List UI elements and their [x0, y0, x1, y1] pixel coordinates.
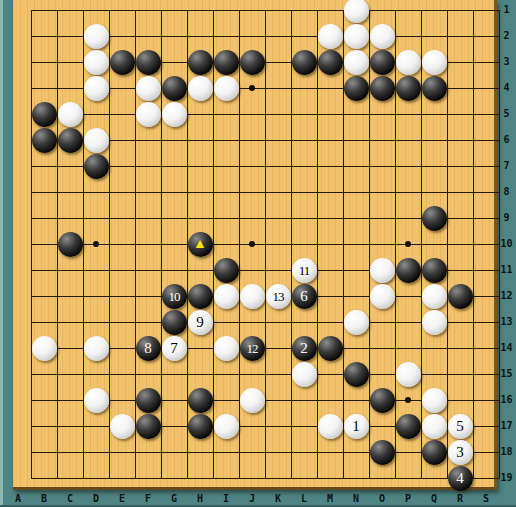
row-label: 7	[498, 153, 515, 179]
stone-black	[188, 284, 213, 309]
stone-black	[32, 128, 57, 153]
stone-white	[318, 24, 343, 49]
stone-white	[370, 284, 395, 309]
stone-black: 10	[162, 284, 187, 309]
stone-white	[240, 388, 265, 413]
move-number-label: 3	[456, 445, 464, 460]
column-label: K	[265, 493, 291, 506]
move-number-label: 9	[196, 315, 204, 330]
stone-black: ▲	[188, 232, 213, 257]
column-label: C	[57, 493, 83, 506]
row-label: 3	[498, 49, 515, 75]
stone-black	[318, 50, 343, 75]
row-label: 6	[498, 127, 515, 153]
stone-white	[344, 24, 369, 49]
stone-white	[422, 414, 447, 439]
move-number-label: 13	[273, 290, 284, 303]
row-label: 17	[498, 413, 515, 439]
row-label: 5	[498, 101, 515, 127]
stone-black	[422, 76, 447, 101]
row-label: 9	[498, 205, 515, 231]
row-label: 19	[498, 465, 515, 491]
stone-white: 5	[448, 414, 473, 439]
stone-white	[344, 50, 369, 75]
stone-black	[84, 154, 109, 179]
row-label: 10	[498, 231, 515, 257]
stone-black	[370, 50, 395, 75]
stone-white	[422, 284, 447, 309]
hoshi-point	[405, 397, 411, 403]
stone-black	[162, 76, 187, 101]
stone-black	[422, 206, 447, 231]
column-label: A	[5, 493, 31, 506]
move-number-label: 1	[352, 419, 360, 434]
stone-black	[136, 388, 161, 413]
column-label: N	[343, 493, 369, 506]
goban-grid[interactable]: ▲11101369871221534	[5, 0, 499, 491]
stone-black: 8	[136, 336, 161, 361]
stone-black	[422, 258, 447, 283]
goban-window: ▲11101369871221534 ABCDEFGHIJKLMNOPQRS12…	[0, 0, 516, 507]
row-label: 14	[498, 335, 515, 361]
stone-black: 12	[240, 336, 265, 361]
stone-black	[136, 414, 161, 439]
column-label: M	[317, 493, 343, 506]
row-label: 18	[498, 439, 515, 465]
column-label: F	[135, 493, 161, 506]
move-number-label: 2	[300, 341, 308, 356]
hoshi-point	[249, 85, 255, 91]
column-label: O	[369, 493, 395, 506]
stone-black	[396, 76, 421, 101]
stone-white: 3	[448, 440, 473, 465]
move-number-label: 11	[299, 264, 310, 277]
row-label: 16	[498, 387, 515, 413]
stone-white	[84, 50, 109, 75]
row-label: 8	[498, 179, 515, 205]
column-label: J	[239, 493, 265, 506]
stone-black: 6	[292, 284, 317, 309]
stone-white	[214, 76, 239, 101]
stone-black	[162, 310, 187, 335]
stone-white	[214, 284, 239, 309]
stone-white	[84, 336, 109, 361]
stone-white	[396, 362, 421, 387]
row-label: 15	[498, 361, 515, 387]
stone-white	[214, 414, 239, 439]
stone-white: 9	[188, 310, 213, 335]
stone-white	[32, 336, 57, 361]
stone-white	[370, 258, 395, 283]
stone-white	[136, 76, 161, 101]
stone-black	[214, 50, 239, 75]
stone-white	[344, 0, 369, 23]
column-label: Q	[421, 493, 447, 506]
stone-black	[110, 50, 135, 75]
column-label: L	[291, 493, 317, 506]
stone-black	[448, 284, 473, 309]
column-label: R	[447, 493, 473, 506]
move-number-label: 10	[169, 290, 180, 303]
stone-black	[292, 50, 317, 75]
stone-black	[370, 388, 395, 413]
stone-black	[396, 258, 421, 283]
stone-white	[344, 310, 369, 335]
column-label: S	[473, 493, 499, 506]
stone-white	[84, 388, 109, 413]
stone-white: 11	[292, 258, 317, 283]
stone-white	[214, 336, 239, 361]
column-label: E	[109, 493, 135, 506]
stone-white	[58, 102, 83, 127]
stone-black: 2	[292, 336, 317, 361]
row-label: 4	[498, 75, 515, 101]
stone-white	[370, 24, 395, 49]
stone-black	[344, 76, 369, 101]
stone-white	[84, 24, 109, 49]
stone-white	[136, 102, 161, 127]
row-label: 13	[498, 309, 515, 335]
move-number-label: 7	[170, 341, 178, 356]
stone-black: 4	[448, 466, 473, 491]
stone-white	[110, 414, 135, 439]
row-label: 2	[498, 23, 515, 49]
move-number-label: 6	[300, 289, 308, 304]
stone-black	[32, 102, 57, 127]
stone-white	[162, 102, 187, 127]
hoshi-point	[405, 241, 411, 247]
stone-black	[58, 128, 83, 153]
stone-white: 13	[266, 284, 291, 309]
stone-white	[292, 362, 317, 387]
triangle-marker-icon: ▲	[193, 237, 207, 251]
column-label: D	[83, 493, 109, 506]
stone-white	[396, 50, 421, 75]
move-number-label: 4	[456, 471, 464, 486]
stone-black	[58, 232, 83, 257]
stone-black	[240, 50, 265, 75]
move-number-label: 8	[144, 341, 152, 356]
stone-black	[318, 336, 343, 361]
stone-black	[370, 440, 395, 465]
stone-white	[240, 284, 265, 309]
stone-black	[136, 50, 161, 75]
column-label: I	[213, 493, 239, 506]
stone-black	[370, 76, 395, 101]
stone-white	[422, 388, 447, 413]
stone-white	[422, 50, 447, 75]
stone-white	[318, 414, 343, 439]
column-label: H	[187, 493, 213, 506]
hoshi-point	[249, 241, 255, 247]
stone-black	[344, 362, 369, 387]
stone-black	[422, 440, 447, 465]
stone-black	[188, 388, 213, 413]
stone-white: 7	[162, 336, 187, 361]
stone-white	[84, 128, 109, 153]
hoshi-point	[93, 241, 99, 247]
move-number-label: 5	[456, 419, 464, 434]
stone-black	[214, 258, 239, 283]
stone-black	[188, 414, 213, 439]
column-label: P	[395, 493, 421, 506]
row-label: 12	[498, 283, 515, 309]
move-number-label: 12	[247, 342, 258, 355]
stone-white	[422, 310, 447, 335]
row-label: 1	[498, 0, 515, 23]
stone-white: 1	[344, 414, 369, 439]
column-label: B	[31, 493, 57, 506]
stone-white	[84, 76, 109, 101]
stone-black	[396, 414, 421, 439]
column-label: G	[161, 493, 187, 506]
row-label: 11	[498, 257, 515, 283]
stone-black	[188, 50, 213, 75]
stone-white	[188, 76, 213, 101]
